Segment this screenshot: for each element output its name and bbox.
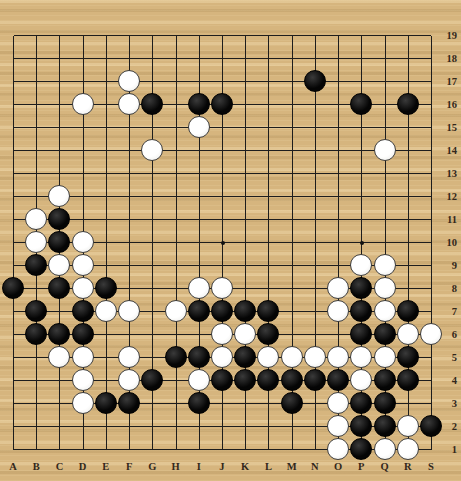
intersection-I13[interactable]: [187, 162, 210, 185]
intersection-E4[interactable]: [94, 369, 117, 392]
intersection-D15[interactable]: [71, 116, 94, 139]
intersection-M3[interactable]: ●: [280, 392, 303, 415]
intersection-H15[interactable]: [164, 116, 187, 139]
intersection-M14[interactable]: [280, 139, 303, 162]
white-stone[interactable]: ○: [118, 346, 140, 368]
intersection-C9[interactable]: ○: [48, 254, 71, 277]
intersection-J6[interactable]: ○: [210, 323, 233, 346]
intersection-E16[interactable]: [94, 93, 117, 116]
intersection-R16[interactable]: ●: [396, 93, 419, 116]
intersection-G19[interactable]: [141, 24, 164, 47]
intersection-F15[interactable]: [117, 116, 140, 139]
intersection-L10[interactable]: [257, 231, 280, 254]
black-stone[interactable]: ●: [48, 208, 70, 230]
intersection-G7[interactable]: [141, 300, 164, 323]
intersection-Q4[interactable]: ●: [373, 369, 396, 392]
intersection-G10[interactable]: [141, 231, 164, 254]
white-stone[interactable]: ○: [281, 346, 303, 368]
intersection-L13[interactable]: [257, 162, 280, 185]
white-stone[interactable]: ○: [327, 392, 349, 414]
white-stone[interactable]: ○: [257, 346, 279, 368]
intersection-R7[interactable]: ●: [396, 300, 419, 323]
intersection-B11[interactable]: ○: [25, 208, 48, 231]
intersection-B9[interactable]: ●: [25, 254, 48, 277]
black-stone[interactable]: ●: [397, 93, 419, 115]
intersection-I10[interactable]: [187, 231, 210, 254]
intersection-L4[interactable]: ●: [257, 369, 280, 392]
intersection-A18[interactable]: [1, 47, 24, 70]
white-stone[interactable]: ○: [374, 438, 396, 460]
intersection-A3[interactable]: [1, 392, 24, 415]
black-stone[interactable]: ●: [188, 346, 210, 368]
intersection-K13[interactable]: [234, 162, 257, 185]
black-stone[interactable]: ●: [350, 93, 372, 115]
intersection-B14[interactable]: [25, 139, 48, 162]
white-stone[interactable]: ○: [188, 116, 210, 138]
intersection-D6[interactable]: ●: [71, 323, 94, 346]
intersection-E18[interactable]: [94, 47, 117, 70]
intersection-I4[interactable]: ○: [187, 369, 210, 392]
intersection-I9[interactable]: [187, 254, 210, 277]
intersection-M17[interactable]: [280, 70, 303, 93]
intersection-O6[interactable]: [326, 323, 349, 346]
intersection-J12[interactable]: [210, 185, 233, 208]
black-stone[interactable]: ●: [397, 346, 419, 368]
intersection-M15[interactable]: [280, 116, 303, 139]
intersection-G8[interactable]: [141, 277, 164, 300]
intersection-M8[interactable]: [280, 277, 303, 300]
intersection-C2[interactable]: [48, 415, 71, 438]
intersection-J5[interactable]: ○: [210, 346, 233, 369]
intersection-D4[interactable]: ○: [71, 369, 94, 392]
white-stone[interactable]: ○: [234, 323, 256, 345]
intersection-I15[interactable]: ○: [187, 116, 210, 139]
intersection-O15[interactable]: [326, 116, 349, 139]
intersection-B7[interactable]: ●: [25, 300, 48, 323]
intersection-A4[interactable]: [1, 369, 24, 392]
intersection-E17[interactable]: [94, 70, 117, 93]
intersection-P6[interactable]: ●: [350, 323, 373, 346]
intersection-K5[interactable]: ●: [234, 346, 257, 369]
intersection-C15[interactable]: [48, 116, 71, 139]
intersection-B10[interactable]: ○: [25, 231, 48, 254]
intersection-B13[interactable]: [25, 162, 48, 185]
black-stone[interactable]: ●: [257, 300, 279, 322]
intersection-M2[interactable]: [280, 415, 303, 438]
intersection-B15[interactable]: [25, 116, 48, 139]
intersection-L6[interactable]: ●: [257, 323, 280, 346]
intersection-D8[interactable]: ○: [71, 277, 94, 300]
intersection-R6[interactable]: ○: [396, 323, 419, 346]
intersection-N19[interactable]: [303, 24, 326, 47]
intersection-P18[interactable]: [350, 47, 373, 70]
intersection-D2[interactable]: [71, 415, 94, 438]
intersection-J19[interactable]: [210, 24, 233, 47]
white-stone[interactable]: ○: [48, 254, 70, 276]
intersection-B16[interactable]: [25, 93, 48, 116]
intersection-G15[interactable]: [141, 116, 164, 139]
black-stone[interactable]: ●: [350, 277, 372, 299]
black-stone[interactable]: ●: [95, 392, 117, 414]
intersection-L7[interactable]: ●: [257, 300, 280, 323]
white-stone[interactable]: ○: [211, 277, 233, 299]
intersection-N10[interactable]: [303, 231, 326, 254]
white-stone[interactable]: ○: [327, 415, 349, 437]
white-stone[interactable]: ○: [118, 93, 140, 115]
black-stone[interactable]: ●: [141, 369, 163, 391]
intersection-P12[interactable]: [350, 185, 373, 208]
intersection-B3[interactable]: [25, 392, 48, 415]
intersection-F13[interactable]: [117, 162, 140, 185]
intersection-G12[interactable]: [141, 185, 164, 208]
intersection-C19[interactable]: [48, 24, 71, 47]
intersection-J16[interactable]: ●: [210, 93, 233, 116]
intersection-R4[interactable]: ●: [396, 369, 419, 392]
intersection-R18[interactable]: [396, 47, 419, 70]
black-stone[interactable]: ●: [141, 93, 163, 115]
intersection-J4[interactable]: ●: [210, 369, 233, 392]
white-stone[interactable]: ○: [25, 208, 47, 230]
intersection-O12[interactable]: [326, 185, 349, 208]
intersection-F17[interactable]: ○: [117, 70, 140, 93]
intersection-L16[interactable]: [257, 93, 280, 116]
intersection-P4[interactable]: ○: [350, 369, 373, 392]
white-stone[interactable]: ○: [118, 369, 140, 391]
intersection-R5[interactable]: ●: [396, 346, 419, 369]
intersection-Q17[interactable]: [373, 70, 396, 93]
black-stone[interactable]: ●: [48, 231, 70, 253]
intersection-O19[interactable]: [326, 24, 349, 47]
intersection-E7[interactable]: ○: [94, 300, 117, 323]
intersection-K8[interactable]: [234, 277, 257, 300]
intersection-A17[interactable]: [1, 70, 24, 93]
intersection-H18[interactable]: [164, 47, 187, 70]
intersection-B4[interactable]: [25, 369, 48, 392]
black-stone[interactable]: ●: [211, 93, 233, 115]
black-stone[interactable]: ●: [48, 323, 70, 345]
intersection-H17[interactable]: [164, 70, 187, 93]
white-stone[interactable]: ○: [374, 300, 396, 322]
intersection-H11[interactable]: [164, 208, 187, 231]
intersection-H12[interactable]: [164, 185, 187, 208]
intersection-R15[interactable]: [396, 116, 419, 139]
intersection-J2[interactable]: [210, 415, 233, 438]
intersection-N6[interactable]: [303, 323, 326, 346]
intersection-N16[interactable]: [303, 93, 326, 116]
intersection-F8[interactable]: [117, 277, 140, 300]
intersection-H7[interactable]: ○: [164, 300, 187, 323]
black-stone[interactable]: ●: [25, 300, 47, 322]
intersection-Q7[interactable]: ○: [373, 300, 396, 323]
intersection-A6[interactable]: [1, 323, 24, 346]
intersection-F12[interactable]: [117, 185, 140, 208]
black-stone[interactable]: ●: [188, 300, 210, 322]
intersection-E5[interactable]: [94, 346, 117, 369]
intersection-L19[interactable]: [257, 24, 280, 47]
intersection-R17[interactable]: [396, 70, 419, 93]
white-stone[interactable]: ○: [374, 254, 396, 276]
intersection-Q16[interactable]: [373, 93, 396, 116]
intersection-I17[interactable]: [187, 70, 210, 93]
intersection-I12[interactable]: [187, 185, 210, 208]
intersection-C7[interactable]: [48, 300, 71, 323]
black-stone[interactable]: ●: [397, 300, 419, 322]
intersection-A12[interactable]: [1, 185, 24, 208]
intersection-A13[interactable]: [1, 162, 24, 185]
intersection-K12[interactable]: [234, 185, 257, 208]
black-stone[interactable]: ●: [48, 277, 70, 299]
intersection-H4[interactable]: [164, 369, 187, 392]
intersection-I19[interactable]: [187, 24, 210, 47]
white-stone[interactable]: ○: [188, 277, 210, 299]
white-stone[interactable]: ○: [374, 346, 396, 368]
white-stone[interactable]: ○: [95, 300, 117, 322]
intersection-J7[interactable]: ●: [210, 300, 233, 323]
intersection-M11[interactable]: [280, 208, 303, 231]
black-stone[interactable]: ●: [211, 300, 233, 322]
black-stone[interactable]: ●: [350, 300, 372, 322]
intersection-I7[interactable]: ●: [187, 300, 210, 323]
intersection-K15[interactable]: [234, 116, 257, 139]
intersection-K6[interactable]: ○: [234, 323, 257, 346]
intersection-M13[interactable]: [280, 162, 303, 185]
black-stone[interactable]: ●: [72, 300, 94, 322]
intersection-D7[interactable]: ●: [71, 300, 94, 323]
intersection-J11[interactable]: [210, 208, 233, 231]
intersection-O9[interactable]: [326, 254, 349, 277]
intersection-M9[interactable]: [280, 254, 303, 277]
intersection-I6[interactable]: [187, 323, 210, 346]
intersection-L2[interactable]: [257, 415, 280, 438]
intersection-P7[interactable]: ●: [350, 300, 373, 323]
intersection-E10[interactable]: [94, 231, 117, 254]
black-stone[interactable]: ●: [304, 369, 326, 391]
intersection-E3[interactable]: ●: [94, 392, 117, 415]
intersection-A11[interactable]: [1, 208, 24, 231]
intersection-H5[interactable]: ●: [164, 346, 187, 369]
intersection-D5[interactable]: ○: [71, 346, 94, 369]
intersection-P14[interactable]: [350, 139, 373, 162]
white-stone[interactable]: ○: [397, 415, 419, 437]
intersection-A9[interactable]: [1, 254, 24, 277]
intersection-G2[interactable]: [141, 415, 164, 438]
intersection-P19[interactable]: [350, 24, 373, 47]
intersection-F5[interactable]: ○: [117, 346, 140, 369]
intersection-A8[interactable]: ●: [1, 277, 24, 300]
intersection-G5[interactable]: [141, 346, 164, 369]
white-stone[interactable]: ○: [327, 300, 349, 322]
white-stone[interactable]: ○: [211, 323, 233, 345]
intersection-Q14[interactable]: ○: [373, 139, 396, 162]
white-stone[interactable]: ○: [72, 231, 94, 253]
intersection-C12[interactable]: ○: [48, 185, 71, 208]
intersection-K17[interactable]: [234, 70, 257, 93]
intersection-M10[interactable]: [280, 231, 303, 254]
white-stone[interactable]: ○: [397, 323, 419, 345]
intersection-P5[interactable]: ○: [350, 346, 373, 369]
intersection-C3[interactable]: [48, 392, 71, 415]
intersection-B18[interactable]: [25, 47, 48, 70]
black-stone[interactable]: ●: [95, 277, 117, 299]
intersection-G9[interactable]: [141, 254, 164, 277]
intersection-Q15[interactable]: [373, 116, 396, 139]
intersection-C18[interactable]: [48, 47, 71, 70]
intersection-Q2[interactable]: ●: [373, 415, 396, 438]
intersection-N7[interactable]: [303, 300, 326, 323]
intersection-R9[interactable]: [396, 254, 419, 277]
intersection-N18[interactable]: [303, 47, 326, 70]
intersection-G6[interactable]: [141, 323, 164, 346]
intersection-R3[interactable]: [396, 392, 419, 415]
white-stone[interactable]: ○: [327, 346, 349, 368]
black-stone[interactable]: ●: [165, 346, 187, 368]
intersection-H19[interactable]: [164, 24, 187, 47]
white-stone[interactable]: ○: [72, 369, 94, 391]
intersection-M19[interactable]: [280, 24, 303, 47]
intersection-P2[interactable]: ●: [350, 415, 373, 438]
intersection-Q12[interactable]: [373, 185, 396, 208]
intersection-K11[interactable]: [234, 208, 257, 231]
intersection-G4[interactable]: ●: [141, 369, 164, 392]
black-stone[interactable]: ●: [327, 369, 349, 391]
intersection-R19[interactable]: [396, 24, 419, 47]
white-stone[interactable]: ○: [304, 346, 326, 368]
intersection-N9[interactable]: [303, 254, 326, 277]
intersection-F14[interactable]: [117, 139, 140, 162]
intersection-M18[interactable]: [280, 47, 303, 70]
intersection-N14[interactable]: [303, 139, 326, 162]
intersection-E13[interactable]: [94, 162, 117, 185]
intersection-O16[interactable]: [326, 93, 349, 116]
intersection-M4[interactable]: ●: [280, 369, 303, 392]
intersection-F7[interactable]: ○: [117, 300, 140, 323]
intersection-N2[interactable]: [303, 415, 326, 438]
intersection-G16[interactable]: ●: [141, 93, 164, 116]
intersection-A2[interactable]: [1, 415, 24, 438]
intersection-C17[interactable]: [48, 70, 71, 93]
intersection-G11[interactable]: [141, 208, 164, 231]
white-stone[interactable]: ○: [350, 254, 372, 276]
intersection-Q13[interactable]: [373, 162, 396, 185]
intersection-N11[interactable]: [303, 208, 326, 231]
white-stone[interactable]: ○: [72, 392, 94, 414]
white-stone[interactable]: ○: [48, 185, 70, 207]
black-stone[interactable]: ●: [374, 323, 396, 345]
intersection-L9[interactable]: [257, 254, 280, 277]
intersection-N15[interactable]: [303, 116, 326, 139]
intersection-Q11[interactable]: [373, 208, 396, 231]
intersection-K9[interactable]: [234, 254, 257, 277]
intersection-E9[interactable]: [94, 254, 117, 277]
intersection-L12[interactable]: [257, 185, 280, 208]
intersection-A7[interactable]: [1, 300, 24, 323]
intersection-E11[interactable]: [94, 208, 117, 231]
intersection-C16[interactable]: [48, 93, 71, 116]
intersection-O5[interactable]: ○: [326, 346, 349, 369]
intersection-F2[interactable]: [117, 415, 140, 438]
intersection-P10[interactable]: [350, 231, 373, 254]
intersection-N3[interactable]: [303, 392, 326, 415]
intersection-A19[interactable]: [1, 24, 24, 47]
intersection-I18[interactable]: [187, 47, 210, 70]
intersection-Q5[interactable]: ○: [373, 346, 396, 369]
intersection-O7[interactable]: ○: [326, 300, 349, 323]
intersection-N17[interactable]: ●: [303, 70, 326, 93]
intersection-K7[interactable]: ●: [234, 300, 257, 323]
intersection-B17[interactable]: [25, 70, 48, 93]
intersection-A16[interactable]: [1, 93, 24, 116]
intersection-F11[interactable]: [117, 208, 140, 231]
intersection-F9[interactable]: [117, 254, 140, 277]
white-stone[interactable]: ○: [72, 254, 94, 276]
intersection-K16[interactable]: [234, 93, 257, 116]
intersection-O4[interactable]: ●: [326, 369, 349, 392]
intersection-M6[interactable]: [280, 323, 303, 346]
intersection-N8[interactable]: [303, 277, 326, 300]
intersection-B5[interactable]: [25, 346, 48, 369]
white-stone[interactable]: ○: [327, 438, 349, 460]
intersection-R11[interactable]: [396, 208, 419, 231]
intersection-E6[interactable]: [94, 323, 117, 346]
black-stone[interactable]: ●: [281, 392, 303, 414]
white-stone[interactable]: ○: [118, 70, 140, 92]
intersection-E8[interactable]: ●: [94, 277, 117, 300]
intersection-C10[interactable]: ●: [48, 231, 71, 254]
intersection-R2[interactable]: ○: [396, 415, 419, 438]
intersection-E15[interactable]: [94, 116, 117, 139]
intersection-L8[interactable]: [257, 277, 280, 300]
intersection-I8[interactable]: ○: [187, 277, 210, 300]
intersection-G14[interactable]: ○: [141, 139, 164, 162]
intersection-R13[interactable]: [396, 162, 419, 185]
intersection-L14[interactable]: [257, 139, 280, 162]
black-stone[interactable]: ●: [350, 323, 372, 345]
intersection-A14[interactable]: [1, 139, 24, 162]
intersection-B6[interactable]: ●: [25, 323, 48, 346]
intersection-R8[interactable]: [396, 277, 419, 300]
intersection-A5[interactable]: [1, 346, 24, 369]
intersection-A10[interactable]: [1, 231, 24, 254]
black-stone[interactable]: ●: [374, 415, 396, 437]
intersection-J18[interactable]: [210, 47, 233, 70]
white-stone[interactable]: ○: [72, 346, 94, 368]
intersection-Q9[interactable]: ○: [373, 254, 396, 277]
intersection-B19[interactable]: [25, 24, 48, 47]
white-stone[interactable]: ○: [165, 300, 187, 322]
black-stone[interactable]: ●: [257, 323, 279, 345]
intersection-G3[interactable]: [141, 392, 164, 415]
black-stone[interactable]: ●: [304, 70, 326, 92]
intersection-I16[interactable]: ●: [187, 93, 210, 116]
white-stone[interactable]: ○: [350, 369, 372, 391]
intersection-J14[interactable]: [210, 139, 233, 162]
intersection-O3[interactable]: ○: [326, 392, 349, 415]
intersection-E12[interactable]: [94, 185, 117, 208]
intersection-I2[interactable]: [187, 415, 210, 438]
intersection-F10[interactable]: [117, 231, 140, 254]
intersection-D16[interactable]: ○: [71, 93, 94, 116]
white-stone[interactable]: ○: [211, 346, 233, 368]
intersection-H13[interactable]: [164, 162, 187, 185]
intersection-D13[interactable]: [71, 162, 94, 185]
black-stone[interactable]: ●: [350, 415, 372, 437]
intersection-N12[interactable]: [303, 185, 326, 208]
intersection-F3[interactable]: ●: [117, 392, 140, 415]
white-stone[interactable]: ○: [188, 369, 210, 391]
intersection-H6[interactable]: [164, 323, 187, 346]
intersection-P16[interactable]: ●: [350, 93, 373, 116]
intersection-N4[interactable]: ●: [303, 369, 326, 392]
